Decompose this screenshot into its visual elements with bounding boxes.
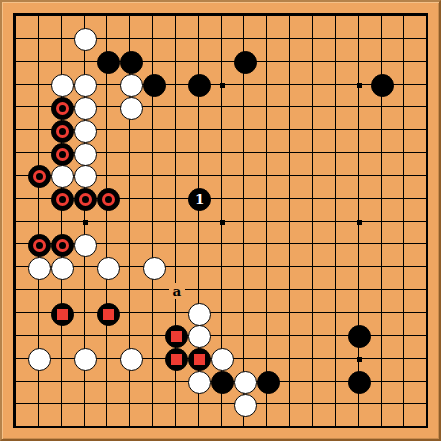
circle-marker-icon [79,193,92,206]
stone-white[interactable] [120,97,143,120]
grid-cell [152,129,175,152]
grid-cell [15,106,38,129]
grid-cell [266,198,289,221]
circle-marker-icon [56,125,69,138]
grid-cell [381,243,404,266]
grid-cell [38,403,61,426]
grid-cell [221,175,244,198]
grid-cell [221,312,244,335]
grid-cell [335,403,358,426]
grid-cell [358,129,381,152]
circle-marker-icon [102,193,115,206]
grid-cell [289,15,312,38]
grid-cell [198,106,221,129]
stone-white[interactable] [188,303,211,326]
grid-cell [335,289,358,312]
stone-white[interactable] [74,97,97,120]
grid-cell [15,381,38,404]
grid-cell [266,243,289,266]
grid-cell [358,243,381,266]
grid-cell [358,15,381,38]
grid-cell [403,84,426,107]
grid-cell [381,175,404,198]
grid-cell [403,221,426,244]
grid-cell [221,152,244,175]
grid-cell [106,381,129,404]
grid-cell [243,198,266,221]
grid-cell [335,152,358,175]
grid-cell [152,175,175,198]
grid-cell [381,15,404,38]
grid-cell [403,129,426,152]
grid-cell [381,403,404,426]
grid-cell [403,381,426,404]
grid-cell [243,15,266,38]
grid-cell [175,15,198,38]
grid-cell [289,335,312,358]
grid-cell [243,129,266,152]
grid-cell [312,403,335,426]
grid-cell [312,84,335,107]
grid-cell [403,312,426,335]
grid-cell [15,129,38,152]
stone-black-circle-marked[interactable] [51,97,74,120]
grid-cell [312,106,335,129]
grid-cell [403,243,426,266]
grid-cell [198,152,221,175]
grid-cell [381,312,404,335]
grid-cell [381,266,404,289]
stone-black-circle-marked[interactable] [51,120,74,143]
grid-cell [312,312,335,335]
grid-cell [152,38,175,61]
grid-cell [15,38,38,61]
grid-cell [106,152,129,175]
grid-cell [221,243,244,266]
grid-cell [335,38,358,61]
circle-marker-icon [56,193,69,206]
stone-black[interactable] [97,51,120,74]
grid-cell [152,221,175,244]
grid-cell [243,243,266,266]
stone-white[interactable] [234,394,257,417]
grid-cell [312,152,335,175]
grid-cell [106,15,129,38]
grid-cell [266,15,289,38]
grid-cell [312,221,335,244]
grid-cell [243,335,266,358]
grid-cell [221,106,244,129]
grid-cell [289,289,312,312]
grid-cell [221,289,244,312]
grid-cell [312,129,335,152]
grid-cell [175,152,198,175]
grid-cell [175,403,198,426]
grid-cell [129,175,152,198]
grid-cell [198,221,221,244]
grid-cell [289,221,312,244]
square-marker-icon [171,354,182,365]
grid-cell [403,266,426,289]
grid-cell [403,198,426,221]
grid-cell [243,106,266,129]
square-marker-icon [57,309,68,320]
stone-white[interactable] [143,257,166,280]
stone-black[interactable] [371,74,394,97]
grid-cell [266,129,289,152]
grid-cell [198,38,221,61]
stone-white[interactable] [234,371,257,394]
grid-cell [289,84,312,107]
grid-cell [335,198,358,221]
grid-cell [335,175,358,198]
grid-cell [129,381,152,404]
grid-cell [129,403,152,426]
star-point [220,220,225,225]
stone-white[interactable] [120,74,143,97]
grid-cell [312,15,335,38]
grid-cell [403,289,426,312]
grid-cell [61,381,84,404]
grid-cell [152,15,175,38]
grid-cell [175,243,198,266]
stone-black[interactable] [257,371,280,394]
grid-cell [335,84,358,107]
grid-cell [381,129,404,152]
grid-cell [15,15,38,38]
grid-cell [221,15,244,38]
grid-cell [198,243,221,266]
grid-cell [198,129,221,152]
grid-cell [403,335,426,358]
grid-cell [106,221,129,244]
grid-cell [129,221,152,244]
grid-cell [198,403,221,426]
grid-cell [381,106,404,129]
grid-cell [358,198,381,221]
grid-cell [289,358,312,381]
star-point [220,83,225,88]
grid-cell [266,335,289,358]
grid-cell [312,335,335,358]
grid-cell [312,358,335,381]
grid-cell [15,289,38,312]
stone-black-square-marked[interactable] [97,303,120,326]
grid-cell [289,198,312,221]
grid-cell [129,312,152,335]
grid-cell [38,381,61,404]
stone-black-square-marked[interactable] [51,303,74,326]
grid-cell [84,381,107,404]
grid-cell [221,266,244,289]
grid-cell [106,129,129,152]
grid-cell [358,152,381,175]
grid-cell [403,403,426,426]
grid-cell [381,198,404,221]
stone-white[interactable] [97,257,120,280]
grid-cell [403,38,426,61]
grid-cell [358,106,381,129]
grid-cell [266,221,289,244]
grid-cell [129,15,152,38]
stone-black-circle-marked[interactable] [51,143,74,166]
grid-cell [15,403,38,426]
grid-cell [403,61,426,84]
grid-cell [266,38,289,61]
grid-cell [289,403,312,426]
stone-black[interactable] [120,51,143,74]
grid-cell [289,243,312,266]
grid-cell [266,175,289,198]
grid-cell [335,15,358,38]
grid-cell [243,221,266,244]
grid-cell [312,243,335,266]
grid-cell [335,129,358,152]
grid-cell [266,106,289,129]
grid-cell [266,289,289,312]
square-marker-icon [171,331,182,342]
grid-cell [312,38,335,61]
grid-cell [381,152,404,175]
grid-cell [358,38,381,61]
grid-cell [129,289,152,312]
grid-cell [335,106,358,129]
go-board[interactable]: 1a [0,0,441,441]
grid-cell [312,175,335,198]
grid-cell [312,198,335,221]
star-point [357,83,362,88]
grid-cell [106,403,129,426]
stone-white[interactable] [74,234,97,257]
grid-cell [84,403,107,426]
grid-cell [198,15,221,38]
grid-cell [289,61,312,84]
grid-cell [335,243,358,266]
grid-cell [221,198,244,221]
grid-cell [38,38,61,61]
grid-cell [289,129,312,152]
grid-cell [152,381,175,404]
grid-cell [175,38,198,61]
grid-cell [289,175,312,198]
square-marker-icon [103,309,114,320]
grid-cell [381,335,404,358]
grid-cell [289,106,312,129]
grid-cell [403,15,426,38]
grid-cell [381,38,404,61]
grid-cell [381,289,404,312]
grid-cell [243,312,266,335]
grid-cell [266,312,289,335]
grid-cell [289,152,312,175]
circle-marker-icon [56,148,69,161]
grid-cell [381,358,404,381]
grid-cell [175,129,198,152]
grid-cell [266,84,289,107]
grid-cell [243,175,266,198]
grid-cell [266,152,289,175]
grid-cell [15,312,38,335]
grid-cell [15,61,38,84]
grid-cell [358,266,381,289]
grid-cell [243,152,266,175]
stone-white[interactable] [51,257,74,280]
grid-cell [403,152,426,175]
grid-cell [243,289,266,312]
grid-cell [266,403,289,426]
grid-cell [221,129,244,152]
grid-cell [152,198,175,221]
circle-marker-icon [56,102,69,115]
grid-cell [198,266,221,289]
grid-cell [312,289,335,312]
grid-cell [312,381,335,404]
star-point [83,220,88,225]
grid-cell [152,403,175,426]
grid-cell [15,198,38,221]
grid-cell [152,106,175,129]
grid-cell [289,266,312,289]
grid-cell [175,106,198,129]
stone-white[interactable] [74,120,97,143]
grid-cell [15,84,38,107]
grid-cell [358,289,381,312]
grid-cell [129,152,152,175]
grid-cell [312,266,335,289]
grid-cell [358,403,381,426]
grid-cell [266,266,289,289]
circle-marker-icon [33,239,46,252]
grid-cell [152,152,175,175]
grid-cell [175,221,198,244]
stone-white[interactable] [74,74,97,97]
grid-cell [289,38,312,61]
square-marker-icon [194,354,205,365]
grid-cell [335,221,358,244]
circle-marker-icon [56,239,69,252]
grid-cell [403,106,426,129]
star-point [357,357,362,362]
stone-white[interactable] [120,348,143,371]
grid-cell [289,312,312,335]
grid-cell [381,221,404,244]
grid-cell [312,61,335,84]
stone-white[interactable] [74,143,97,166]
circle-marker-icon [33,170,46,183]
grid-cell [38,15,61,38]
grid-cell [335,61,358,84]
grid-cell [403,358,426,381]
grid-cell [403,175,426,198]
grid-cell [129,129,152,152]
grid-cell [266,61,289,84]
grid-cell [61,403,84,426]
grid-cell [243,266,266,289]
grid-cell [289,381,312,404]
grid-cell [381,381,404,404]
move-number-label: 1 [195,193,204,207]
grid-cell [129,198,152,221]
stone-black[interactable] [143,74,166,97]
grid-cell [358,175,381,198]
grid-cell [335,266,358,289]
grid-cell [243,84,266,107]
star-point [357,220,362,225]
point-label-a: a [169,283,185,299]
